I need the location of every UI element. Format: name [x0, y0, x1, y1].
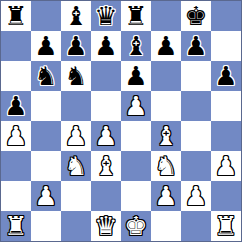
square-e3[interactable] — [121, 151, 151, 181]
square-h7[interactable] — [211, 31, 241, 61]
square-d6[interactable] — [91, 61, 121, 91]
square-d5[interactable] — [91, 91, 121, 121]
piece-black-pawn[interactable]: ♟ — [34, 31, 57, 61]
piece-black-knight[interactable]: ♞ — [64, 61, 87, 91]
piece-white-pawn[interactable]: ♟ — [34, 181, 57, 211]
piece-white-rook[interactable]: ♜ — [214, 211, 237, 241]
square-d7[interactable]: ♟ — [91, 31, 121, 61]
square-h2[interactable] — [211, 181, 241, 211]
square-b3[interactable] — [31, 151, 61, 181]
square-f6[interactable] — [151, 61, 181, 91]
piece-black-pawn[interactable]: ♟ — [4, 91, 27, 121]
square-d8[interactable]: ♛ — [91, 1, 121, 31]
square-g1[interactable] — [181, 211, 211, 241]
square-e4[interactable] — [121, 121, 151, 151]
piece-black-pawn[interactable]: ♟ — [154, 31, 177, 61]
piece-black-bishop[interactable]: ♝ — [64, 1, 87, 31]
piece-black-pawn[interactable]: ♟ — [64, 31, 87, 61]
square-a2[interactable] — [1, 181, 31, 211]
piece-white-pawn[interactable]: ♟ — [124, 91, 147, 121]
square-c7[interactable]: ♟ — [61, 31, 91, 61]
piece-white-pawn[interactable]: ♟ — [4, 121, 27, 151]
square-f2[interactable]: ♟ — [151, 181, 181, 211]
piece-white-pawn[interactable]: ♟ — [184, 181, 207, 211]
square-h8[interactable] — [211, 1, 241, 31]
piece-black-pawn[interactable]: ♟ — [124, 61, 147, 91]
square-b1[interactable] — [31, 211, 61, 241]
square-e2[interactable] — [121, 181, 151, 211]
square-c3[interactable]: ♞ — [61, 151, 91, 181]
square-c5[interactable] — [61, 91, 91, 121]
square-g8[interactable]: ♚ — [181, 1, 211, 31]
piece-white-pawn[interactable]: ♟ — [214, 151, 237, 181]
square-a8[interactable]: ♜ — [1, 1, 31, 31]
piece-white-knight[interactable]: ♞ — [64, 151, 87, 181]
square-c1[interactable] — [61, 211, 91, 241]
piece-black-rook[interactable]: ♜ — [124, 1, 147, 31]
square-f7[interactable]: ♟ — [151, 31, 181, 61]
square-h5[interactable] — [211, 91, 241, 121]
square-c4[interactable]: ♟ — [61, 121, 91, 151]
square-e6[interactable]: ♟ — [121, 61, 151, 91]
square-e1[interactable]: ♚ — [121, 211, 151, 241]
square-b4[interactable] — [31, 121, 61, 151]
square-b6[interactable]: ♞ — [31, 61, 61, 91]
square-b2[interactable]: ♟ — [31, 181, 61, 211]
square-f4[interactable]: ♝ — [151, 121, 181, 151]
piece-black-pawn[interactable]: ♟ — [184, 31, 207, 61]
square-e7[interactable]: ♝ — [121, 31, 151, 61]
square-d3[interactable]: ♝ — [91, 151, 121, 181]
square-g3[interactable] — [181, 151, 211, 181]
piece-black-rook[interactable]: ♜ — [4, 1, 27, 31]
piece-black-knight[interactable]: ♞ — [34, 61, 57, 91]
piece-white-pawn[interactable]: ♟ — [94, 121, 117, 151]
piece-black-king[interactable]: ♚ — [184, 1, 207, 31]
square-b8[interactable] — [31, 1, 61, 31]
square-g4[interactable] — [181, 121, 211, 151]
square-a7[interactable] — [1, 31, 31, 61]
square-a4[interactable]: ♟ — [1, 121, 31, 151]
square-d1[interactable]: ♛ — [91, 211, 121, 241]
square-g6[interactable] — [181, 61, 211, 91]
square-g7[interactable]: ♟ — [181, 31, 211, 61]
piece-white-king[interactable]: ♚ — [124, 211, 147, 241]
square-b5[interactable] — [31, 91, 61, 121]
board-grid: ♜♝♛♜♚♟♟♟♝♟♟♞♞♟♟♟♟♟♟♟♝♞♝♞♟♟♟♟♜♛♚♜ — [1, 1, 241, 241]
square-h4[interactable] — [211, 121, 241, 151]
square-f5[interactable] — [151, 91, 181, 121]
square-d4[interactable]: ♟ — [91, 121, 121, 151]
piece-white-bishop[interactable]: ♝ — [94, 151, 117, 181]
square-h6[interactable]: ♟ — [211, 61, 241, 91]
piece-black-pawn[interactable]: ♟ — [214, 61, 237, 91]
square-h1[interactable]: ♜ — [211, 211, 241, 241]
piece-black-pawn[interactable]: ♟ — [94, 31, 117, 61]
square-a3[interactable] — [1, 151, 31, 181]
square-f1[interactable] — [151, 211, 181, 241]
chess-board: ♜♝♛♜♚♟♟♟♝♟♟♞♞♟♟♟♟♟♟♟♝♞♝♞♟♟♟♟♜♛♚♜ — [0, 0, 242, 242]
square-a5[interactable]: ♟ — [1, 91, 31, 121]
piece-white-knight[interactable]: ♞ — [154, 151, 177, 181]
square-d2[interactable] — [91, 181, 121, 211]
square-f8[interactable] — [151, 1, 181, 31]
square-e5[interactable]: ♟ — [121, 91, 151, 121]
square-f3[interactable]: ♞ — [151, 151, 181, 181]
square-c6[interactable]: ♞ — [61, 61, 91, 91]
square-c2[interactable] — [61, 181, 91, 211]
piece-white-pawn[interactable]: ♟ — [64, 121, 87, 151]
square-e8[interactable]: ♜ — [121, 1, 151, 31]
square-b7[interactable]: ♟ — [31, 31, 61, 61]
piece-black-bishop[interactable]: ♝ — [124, 31, 147, 61]
piece-white-queen[interactable]: ♛ — [94, 211, 117, 241]
square-c8[interactable]: ♝ — [61, 1, 91, 31]
square-a6[interactable] — [1, 61, 31, 91]
piece-black-queen[interactable]: ♛ — [94, 1, 117, 31]
piece-white-rook[interactable]: ♜ — [4, 211, 27, 241]
square-h3[interactable]: ♟ — [211, 151, 241, 181]
square-a1[interactable]: ♜ — [1, 211, 31, 241]
piece-white-bishop[interactable]: ♝ — [154, 121, 177, 151]
square-g2[interactable]: ♟ — [181, 181, 211, 211]
piece-white-pawn[interactable]: ♟ — [154, 181, 177, 211]
square-g5[interactable] — [181, 91, 211, 121]
